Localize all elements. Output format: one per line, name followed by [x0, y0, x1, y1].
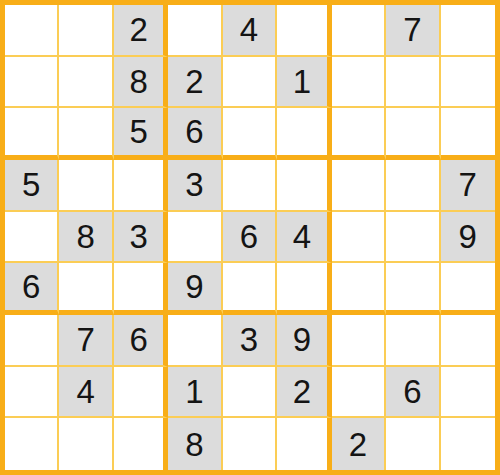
- cell-r7c8[interactable]: [386, 315, 440, 367]
- cell-r5c8[interactable]: [386, 212, 440, 264]
- cell-r9c3[interactable]: [114, 418, 168, 470]
- cell-r4c7[interactable]: [332, 160, 386, 212]
- cell-r4c1[interactable]: 5: [5, 160, 59, 212]
- cell-r5c3[interactable]: 3: [114, 212, 168, 264]
- cell-r7c5[interactable]: 3: [223, 315, 277, 367]
- cell-r9c9[interactable]: [441, 418, 495, 470]
- cell-r7c6[interactable]: 9: [277, 315, 331, 367]
- cell-r5c5[interactable]: 6: [223, 212, 277, 264]
- cell-r2c7[interactable]: [332, 57, 386, 109]
- cell-r1c1[interactable]: [5, 5, 59, 57]
- cell-r4c3[interactable]: [114, 160, 168, 212]
- cell-r5c7[interactable]: [332, 212, 386, 264]
- cell-r4c8[interactable]: [386, 160, 440, 212]
- cell-r1c6[interactable]: [277, 5, 331, 57]
- cell-r2c5[interactable]: [223, 57, 277, 109]
- cell-r1c2[interactable]: [59, 5, 113, 57]
- cell-r2c8[interactable]: [386, 57, 440, 109]
- cell-r8c1[interactable]: [5, 367, 59, 419]
- cell-r4c9[interactable]: 7: [441, 160, 495, 212]
- cell-r6c8[interactable]: [386, 263, 440, 315]
- cell-r4c4[interactable]: 3: [168, 160, 222, 212]
- cell-r8c4[interactable]: 1: [168, 367, 222, 419]
- cell-r5c9[interactable]: 9: [441, 212, 495, 264]
- cell-r7c2[interactable]: 7: [59, 315, 113, 367]
- cell-r2c4[interactable]: 2: [168, 57, 222, 109]
- cell-r2c1[interactable]: [5, 57, 59, 109]
- cell-r8c9[interactable]: [441, 367, 495, 419]
- cell-r9c7[interactable]: 2: [332, 418, 386, 470]
- cell-r1c3[interactable]: 2: [114, 5, 168, 57]
- cell-r8c7[interactable]: [332, 367, 386, 419]
- cell-r5c4[interactable]: [168, 212, 222, 264]
- cell-r8c8[interactable]: 6: [386, 367, 440, 419]
- cell-r3c1[interactable]: [5, 108, 59, 160]
- cell-r3c5[interactable]: [223, 108, 277, 160]
- cell-r6c7[interactable]: [332, 263, 386, 315]
- cell-r6c3[interactable]: [114, 263, 168, 315]
- cell-r3c7[interactable]: [332, 108, 386, 160]
- cell-r6c4[interactable]: 9: [168, 263, 222, 315]
- cell-r6c1[interactable]: 6: [5, 263, 59, 315]
- cell-r2c6[interactable]: 1: [277, 57, 331, 109]
- cell-r9c5[interactable]: [223, 418, 277, 470]
- cell-r6c9[interactable]: [441, 263, 495, 315]
- cell-r3c4[interactable]: 6: [168, 108, 222, 160]
- cell-r4c2[interactable]: [59, 160, 113, 212]
- cell-r8c5[interactable]: [223, 367, 277, 419]
- cell-r3c8[interactable]: [386, 108, 440, 160]
- cell-r1c7[interactable]: [332, 5, 386, 57]
- cell-r5c1[interactable]: [5, 212, 59, 264]
- cell-r7c1[interactable]: [5, 315, 59, 367]
- cell-r4c6[interactable]: [277, 160, 331, 212]
- cell-r3c6[interactable]: [277, 108, 331, 160]
- cell-r7c4[interactable]: [168, 315, 222, 367]
- cell-r3c9[interactable]: [441, 108, 495, 160]
- cell-r1c4[interactable]: [168, 5, 222, 57]
- cell-r2c9[interactable]: [441, 57, 495, 109]
- cell-r3c2[interactable]: [59, 108, 113, 160]
- cell-r2c2[interactable]: [59, 57, 113, 109]
- cell-r8c6[interactable]: 2: [277, 367, 331, 419]
- cell-r2c3[interactable]: 8: [114, 57, 168, 109]
- cell-r1c5[interactable]: 4: [223, 5, 277, 57]
- cell-r6c2[interactable]: [59, 263, 113, 315]
- cell-r7c9[interactable]: [441, 315, 495, 367]
- cell-r4c5[interactable]: [223, 160, 277, 212]
- cell-r8c2[interactable]: 4: [59, 367, 113, 419]
- cell-r7c3[interactable]: 6: [114, 315, 168, 367]
- cell-r9c6[interactable]: [277, 418, 331, 470]
- cell-r9c2[interactable]: [59, 418, 113, 470]
- cell-r7c7[interactable]: [332, 315, 386, 367]
- cell-r1c8[interactable]: 7: [386, 5, 440, 57]
- cell-r5c2[interactable]: 8: [59, 212, 113, 264]
- cell-r6c6[interactable]: [277, 263, 331, 315]
- cell-r3c3[interactable]: 5: [114, 108, 168, 160]
- cell-r5c6[interactable]: 4: [277, 212, 331, 264]
- cell-r6c5[interactable]: [223, 263, 277, 315]
- cell-r8c3[interactable]: [114, 367, 168, 419]
- cell-r9c8[interactable]: [386, 418, 440, 470]
- cell-r1c9[interactable]: [441, 5, 495, 57]
- cell-r9c4[interactable]: 8: [168, 418, 222, 470]
- sudoku-board: 2478215653783649697639412682: [0, 0, 500, 475]
- cell-r9c1[interactable]: [5, 418, 59, 470]
